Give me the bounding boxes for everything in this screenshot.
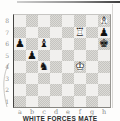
square-f6[interactable] [74, 38, 86, 50]
rank-label-2: 2 [1, 84, 11, 96]
rank-label-4: 4 [1, 61, 11, 73]
piece-black-pawn: ♟ [15, 38, 25, 50]
square-d4[interactable] [50, 61, 62, 73]
piece-black-bishop: ♝ [39, 38, 49, 50]
square-g7[interactable] [86, 27, 98, 39]
square-b4[interactable] [26, 61, 38, 73]
square-e7[interactable] [62, 27, 74, 39]
square-a1[interactable] [14, 96, 26, 108]
square-a4[interactable] [14, 61, 26, 73]
square-g6[interactable] [86, 38, 98, 50]
square-f3[interactable] [74, 73, 86, 85]
square-h1[interactable] [98, 96, 110, 108]
square-d5[interactable] [50, 50, 62, 62]
square-g5[interactable] [86, 50, 98, 62]
square-b5[interactable]: ♟ [26, 50, 38, 62]
square-a5[interactable] [14, 50, 26, 62]
square-a2[interactable] [14, 84, 26, 96]
square-g8[interactable] [86, 15, 98, 27]
square-h5[interactable] [98, 50, 110, 62]
rank-labels: 87654321 [1, 15, 11, 107]
rank-label-1: 1 [1, 96, 11, 108]
piece-black-pawn: ♟ [27, 50, 37, 62]
square-b8[interactable] [26, 15, 38, 27]
square-g2[interactable] [86, 84, 98, 96]
square-d7[interactable] [50, 27, 62, 39]
square-h3[interactable] [98, 73, 110, 85]
square-g1[interactable] [86, 96, 98, 108]
square-e3[interactable] [62, 73, 74, 85]
square-h2[interactable] [98, 84, 110, 96]
piece-white-rook: ♖ [75, 27, 85, 39]
square-e8[interactable] [62, 15, 74, 27]
piece-black-knight: ♞ [39, 61, 49, 73]
square-h8[interactable]: ♗ [98, 15, 110, 27]
square-h6[interactable]: ♚ [98, 38, 110, 50]
square-f7[interactable]: ♖ [74, 27, 86, 39]
square-e5[interactable] [62, 50, 74, 62]
square-c1[interactable] [38, 96, 50, 108]
square-e1[interactable] [62, 96, 74, 108]
rank-label-3: 3 [1, 73, 11, 85]
square-h4[interactable] [98, 61, 110, 73]
diagram-caption: WHITE FORCES MATE [0, 115, 120, 121]
piece-white-king: ♔ [75, 61, 85, 73]
square-f1[interactable] [74, 96, 86, 108]
square-c2[interactable] [38, 84, 50, 96]
square-b7[interactable] [26, 27, 38, 39]
square-c3[interactable] [38, 73, 50, 85]
rank-label-5: 5 [1, 50, 11, 62]
square-d6[interactable] [50, 38, 62, 50]
square-d2[interactable] [50, 84, 62, 96]
square-a3[interactable] [14, 73, 26, 85]
rank-label-7: 7 [1, 27, 11, 39]
chess-diagram-page: 87654321 ♗♖♟♟♝♚♟♞♔ abcdefgh WHITE FORCES… [0, 0, 120, 121]
page-rule-line [17, 1, 120, 3]
square-d8[interactable] [50, 15, 62, 27]
square-d3[interactable] [50, 73, 62, 85]
square-e6[interactable] [62, 38, 74, 50]
square-f4[interactable]: ♔ [74, 61, 86, 73]
square-b1[interactable] [26, 96, 38, 108]
piece-white-bishop: ♗ [99, 15, 109, 27]
square-c6[interactable]: ♝ [38, 38, 50, 50]
square-g3[interactable] [86, 73, 98, 85]
square-e4[interactable] [62, 61, 74, 73]
square-a6[interactable]: ♟ [14, 38, 26, 50]
square-f8[interactable] [74, 15, 86, 27]
square-d1[interactable] [50, 96, 62, 108]
square-b2[interactable] [26, 84, 38, 96]
rank-label-8: 8 [1, 15, 11, 27]
square-a8[interactable] [14, 15, 26, 27]
square-g4[interactable] [86, 61, 98, 73]
chess-board: ♗♖♟♟♝♚♟♞♔ [13, 14, 111, 108]
square-e2[interactable] [62, 84, 74, 96]
piece-black-king: ♚ [99, 38, 109, 50]
square-b3[interactable] [26, 73, 38, 85]
page-edge-line [112, 4, 113, 108]
square-b6[interactable] [26, 38, 38, 50]
rank-label-6: 6 [1, 38, 11, 50]
square-c4[interactable]: ♞ [38, 61, 50, 73]
square-f2[interactable] [74, 84, 86, 96]
square-c8[interactable] [38, 15, 50, 27]
